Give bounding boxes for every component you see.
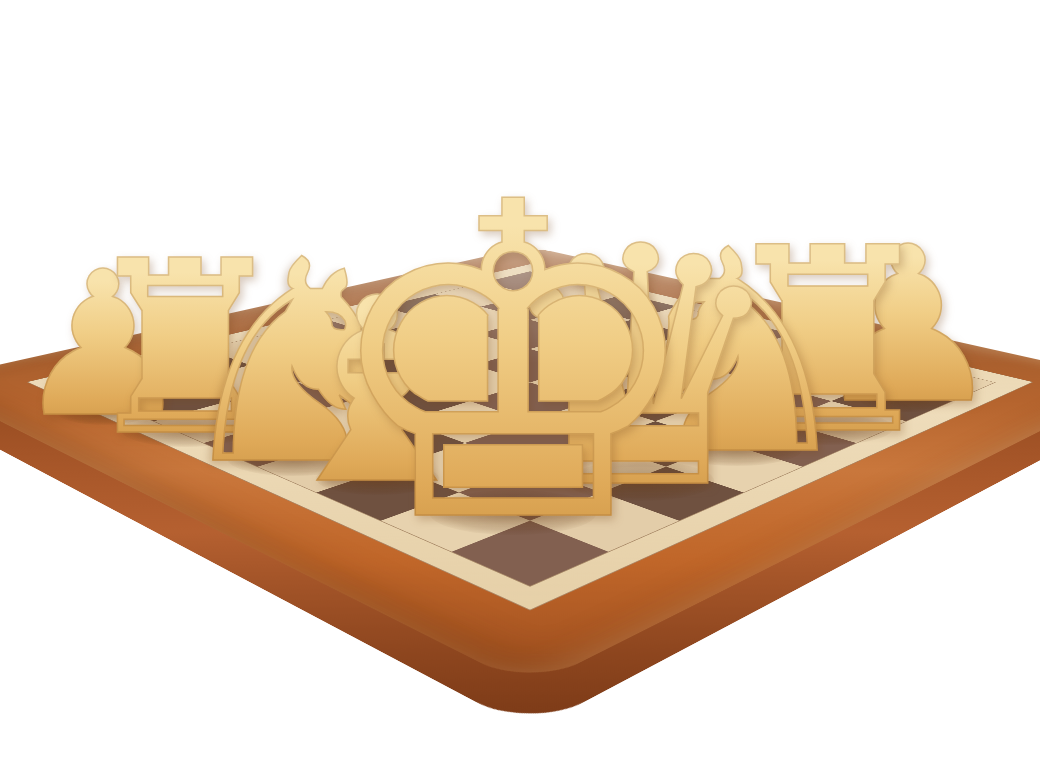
product-photo-scene: ♟♜♞♝♚♛♞♜♟ Wooden chess board with boxwoo…	[0, 0, 1040, 780]
piece-white-king[interactable]: ♚	[318, 147, 708, 582]
